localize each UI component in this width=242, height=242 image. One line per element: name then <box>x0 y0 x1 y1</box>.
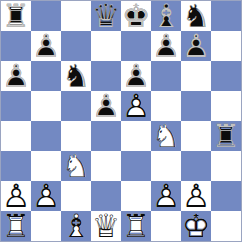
black-king-outline-glyph: ♔ <box>121 1 151 31</box>
square-g1[interactable]: ♚♔ <box>181 211 211 241</box>
piece-white-pawn[interactable]: ♟♙ <box>31 181 61 211</box>
piece-white-pawn[interactable]: ♟♙ <box>181 181 211 211</box>
square-f8[interactable]: ♝♗ <box>151 1 181 31</box>
white-pawn-fill-glyph: ♟ <box>151 181 181 211</box>
square-b3[interactable] <box>31 151 61 181</box>
square-f5[interactable] <box>151 91 181 121</box>
chess-board-screenshot: ♜♖♛♕♚♔♝♗♞♘♟♙♟♙♟♙♟♙♞♘♟♙♟♙♟♙♞♘♜♖♞♘♟♙♟♙♟♙♟♙… <box>0 0 242 242</box>
white-pawn-outline-glyph: ♙ <box>121 91 151 121</box>
square-d2[interactable] <box>91 181 121 211</box>
square-h8[interactable] <box>211 1 241 31</box>
black-rook-fill-glyph: ♜ <box>211 121 241 151</box>
white-pawn-outline-glyph: ♙ <box>151 181 181 211</box>
piece-black-rook[interactable]: ♜♖ <box>211 121 241 151</box>
square-e2[interactable] <box>121 181 151 211</box>
square-g2[interactable]: ♟♙ <box>181 181 211 211</box>
square-e5[interactable]: ♟♙ <box>121 91 151 121</box>
square-f7[interactable]: ♟♙ <box>151 31 181 61</box>
square-c3[interactable]: ♞♘ <box>61 151 91 181</box>
square-d7[interactable] <box>91 31 121 61</box>
white-pawn-fill-glyph: ♟ <box>1 181 31 211</box>
square-g5[interactable] <box>181 91 211 121</box>
piece-black-pawn[interactable]: ♟♙ <box>91 91 121 121</box>
white-rook-fill-glyph: ♜ <box>121 211 151 241</box>
square-c5[interactable] <box>61 91 91 121</box>
square-c6[interactable]: ♞♘ <box>61 61 91 91</box>
black-bishop-outline-glyph: ♗ <box>151 1 181 31</box>
piece-white-rook[interactable]: ♜♖ <box>1 211 31 241</box>
square-a1[interactable]: ♜♖ <box>1 211 31 241</box>
square-h7[interactable] <box>211 31 241 61</box>
black-pawn-fill-glyph: ♟ <box>1 61 31 91</box>
square-c1[interactable]: ♝♗ <box>61 211 91 241</box>
white-pawn-outline-glyph: ♙ <box>31 181 61 211</box>
square-d3[interactable] <box>91 151 121 181</box>
white-bishop-outline-glyph: ♗ <box>61 211 91 241</box>
square-h6[interactable] <box>211 61 241 91</box>
square-d8[interactable]: ♛♕ <box>91 1 121 31</box>
square-f1[interactable] <box>151 211 181 241</box>
white-bishop-fill-glyph: ♝ <box>61 211 91 241</box>
white-knight-outline-glyph: ♘ <box>61 151 91 181</box>
black-bishop-fill-glyph: ♝ <box>151 1 181 31</box>
square-g6[interactable] <box>181 61 211 91</box>
piece-black-bishop[interactable]: ♝♗ <box>151 1 181 31</box>
piece-black-pawn[interactable]: ♟♙ <box>1 61 31 91</box>
square-f2[interactable]: ♟♙ <box>151 181 181 211</box>
square-b8[interactable] <box>31 1 61 31</box>
square-h1[interactable] <box>211 211 241 241</box>
piece-black-pawn[interactable]: ♟♙ <box>151 31 181 61</box>
black-pawn-fill-glyph: ♟ <box>91 91 121 121</box>
square-a7[interactable] <box>1 31 31 61</box>
black-king-fill-glyph: ♚ <box>121 1 151 31</box>
square-a4[interactable] <box>1 121 31 151</box>
white-pawn-outline-glyph: ♙ <box>181 181 211 211</box>
square-d4[interactable] <box>91 121 121 151</box>
white-pawn-outline-glyph: ♙ <box>1 181 31 211</box>
piece-white-bishop[interactable]: ♝♗ <box>61 211 91 241</box>
square-g4[interactable] <box>181 121 211 151</box>
piece-black-rook[interactable]: ♜♖ <box>1 1 31 31</box>
square-h4[interactable]: ♜♖ <box>211 121 241 151</box>
white-pawn-fill-glyph: ♟ <box>121 91 151 121</box>
white-rook-fill-glyph: ♜ <box>1 211 31 241</box>
white-rook-outline-glyph: ♖ <box>121 211 151 241</box>
square-h2[interactable] <box>211 181 241 211</box>
square-c2[interactable] <box>61 181 91 211</box>
square-h3[interactable] <box>211 151 241 181</box>
square-e6[interactable]: ♟♙ <box>121 61 151 91</box>
black-pawn-outline-glyph: ♙ <box>31 31 61 61</box>
piece-white-pawn[interactable]: ♟♙ <box>1 181 31 211</box>
piece-black-pawn[interactable]: ♟♙ <box>121 61 151 91</box>
square-d1[interactable]: ♛♕ <box>91 211 121 241</box>
black-pawn-fill-glyph: ♟ <box>181 31 211 61</box>
square-a8[interactable]: ♜♖ <box>1 1 31 31</box>
white-pawn-fill-glyph: ♟ <box>31 181 61 211</box>
square-f4[interactable]: ♞♘ <box>151 121 181 151</box>
square-b6[interactable] <box>31 61 61 91</box>
white-pawn-fill-glyph: ♟ <box>181 181 211 211</box>
square-e7[interactable] <box>121 31 151 61</box>
black-queen-fill-glyph: ♛ <box>91 1 121 31</box>
square-c8[interactable] <box>61 1 91 31</box>
black-pawn-outline-glyph: ♙ <box>91 91 121 121</box>
square-c4[interactable] <box>61 121 91 151</box>
square-c7[interactable] <box>61 31 91 61</box>
square-e4[interactable] <box>121 121 151 151</box>
white-queen-fill-glyph: ♛ <box>91 211 121 241</box>
square-a5[interactable] <box>1 91 31 121</box>
black-pawn-outline-glyph: ♙ <box>181 31 211 61</box>
square-g8[interactable]: ♞♘ <box>181 1 211 31</box>
piece-white-pawn[interactable]: ♟♙ <box>121 91 151 121</box>
piece-black-knight[interactable]: ♞♘ <box>61 61 91 91</box>
white-queen-outline-glyph: ♕ <box>91 211 121 241</box>
piece-white-pawn[interactable]: ♟♙ <box>151 181 181 211</box>
piece-white-knight[interactable]: ♞♘ <box>61 151 91 181</box>
square-b7[interactable]: ♟♙ <box>31 31 61 61</box>
piece-black-pawn[interactable]: ♟♙ <box>181 31 211 61</box>
piece-white-knight[interactable]: ♞♘ <box>151 121 181 151</box>
piece-black-queen[interactable]: ♛♕ <box>91 1 121 31</box>
black-knight-outline-glyph: ♘ <box>61 61 91 91</box>
piece-black-knight[interactable]: ♞♘ <box>181 1 211 31</box>
piece-white-king[interactable]: ♚♔ <box>181 211 211 241</box>
square-b2[interactable]: ♟♙ <box>31 181 61 211</box>
square-g3[interactable] <box>181 151 211 181</box>
black-knight-fill-glyph: ♞ <box>181 1 211 31</box>
square-b5[interactable] <box>31 91 61 121</box>
square-d5[interactable]: ♟♙ <box>91 91 121 121</box>
white-king-outline-glyph: ♔ <box>181 211 211 241</box>
square-h5[interactable] <box>211 91 241 121</box>
square-b4[interactable] <box>31 121 61 151</box>
black-pawn-outline-glyph: ♙ <box>151 31 181 61</box>
black-pawn-fill-glyph: ♟ <box>121 61 151 91</box>
white-knight-fill-glyph: ♞ <box>61 151 91 181</box>
square-a6[interactable]: ♟♙ <box>1 61 31 91</box>
black-pawn-fill-glyph: ♟ <box>151 31 181 61</box>
square-e3[interactable] <box>121 151 151 181</box>
black-pawn-outline-glyph: ♙ <box>121 61 151 91</box>
white-rook-outline-glyph: ♖ <box>1 211 31 241</box>
white-king-fill-glyph: ♚ <box>181 211 211 241</box>
square-a2[interactable]: ♟♙ <box>1 181 31 211</box>
piece-white-queen[interactable]: ♛♕ <box>91 211 121 241</box>
black-pawn-outline-glyph: ♙ <box>1 61 31 91</box>
chess-board: ♜♖♛♕♚♔♝♗♞♘♟♙♟♙♟♙♟♙♞♘♟♙♟♙♟♙♞♘♜♖♞♘♟♙♟♙♟♙♟♙… <box>0 0 242 242</box>
black-rook-outline-glyph: ♖ <box>211 121 241 151</box>
black-queen-outline-glyph: ♕ <box>91 1 121 31</box>
square-f6[interactable] <box>151 61 181 91</box>
square-e1[interactable]: ♜♖ <box>121 211 151 241</box>
black-rook-fill-glyph: ♜ <box>1 1 31 31</box>
white-knight-fill-glyph: ♞ <box>151 121 181 151</box>
square-d6[interactable] <box>91 61 121 91</box>
square-e8[interactable]: ♚♔ <box>121 1 151 31</box>
white-knight-outline-glyph: ♘ <box>151 121 181 151</box>
black-rook-outline-glyph: ♖ <box>1 1 31 31</box>
piece-white-rook[interactable]: ♜♖ <box>121 211 151 241</box>
black-knight-fill-glyph: ♞ <box>61 61 91 91</box>
piece-black-king[interactable]: ♚♔ <box>121 1 151 31</box>
black-knight-outline-glyph: ♘ <box>181 1 211 31</box>
piece-black-pawn[interactable]: ♟♙ <box>31 31 61 61</box>
square-f3[interactable] <box>151 151 181 181</box>
square-a3[interactable] <box>1 151 31 181</box>
black-pawn-fill-glyph: ♟ <box>31 31 61 61</box>
square-b1[interactable] <box>31 211 61 241</box>
square-g7[interactable]: ♟♙ <box>181 31 211 61</box>
